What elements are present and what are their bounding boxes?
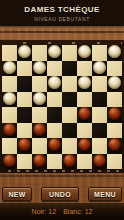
- board-square[interactable]: [17, 92, 32, 108]
- board-square[interactable]: [17, 138, 32, 154]
- board-square[interactable]: [17, 76, 32, 92]
- board-square[interactable]: [77, 107, 92, 123]
- checker-red[interactable]: [108, 138, 121, 151]
- header: DAMES TCHÈQUE NIVEAU DEBUTANT: [0, 0, 124, 26]
- checker-red[interactable]: [3, 154, 16, 167]
- black-count-value: 12: [48, 208, 56, 215]
- board-square[interactable]: [62, 61, 77, 77]
- board-square[interactable]: [32, 138, 47, 154]
- board-square[interactable]: [62, 76, 77, 92]
- checker-red[interactable]: [33, 154, 46, 167]
- board-square[interactable]: [107, 92, 122, 108]
- status-bar: Noir: 12 Blanc: 12: [0, 203, 124, 220]
- board-square[interactable]: [77, 123, 92, 139]
- board-square[interactable]: [92, 92, 107, 108]
- checker-red[interactable]: [93, 154, 106, 167]
- board-square[interactable]: [107, 138, 122, 154]
- board-square[interactable]: [47, 61, 62, 77]
- board-square[interactable]: [107, 45, 122, 61]
- checker-red[interactable]: [63, 154, 76, 167]
- board-square[interactable]: [62, 138, 77, 154]
- board-square[interactable]: [32, 92, 47, 108]
- board-square[interactable]: [62, 154, 77, 170]
- checker-red[interactable]: [33, 123, 46, 136]
- board-square[interactable]: [92, 123, 107, 139]
- board-square[interactable]: [92, 154, 107, 170]
- board-square[interactable]: [47, 154, 62, 170]
- checker-white[interactable]: [18, 45, 31, 58]
- black-count-label: Noir:: [32, 208, 47, 215]
- board-square[interactable]: [47, 123, 62, 139]
- board-square[interactable]: [2, 123, 17, 139]
- board-square[interactable]: [92, 61, 107, 77]
- board-square[interactable]: [2, 61, 17, 77]
- board-square[interactable]: [47, 92, 62, 108]
- board-square[interactable]: [62, 107, 77, 123]
- checkers-app: DAMES TCHÈQUE NIVEAU DEBUTANT NEW UNDO M…: [0, 0, 124, 220]
- board-square[interactable]: [47, 107, 62, 123]
- checker-white[interactable]: [3, 92, 16, 105]
- board-square[interactable]: [47, 45, 62, 61]
- board-square[interactable]: [17, 107, 32, 123]
- board-square[interactable]: [92, 107, 107, 123]
- checker-white[interactable]: [78, 45, 91, 58]
- board-notation-marks-bottom: [2, 170, 122, 172]
- checker-white[interactable]: [93, 61, 106, 74]
- board-square[interactable]: [77, 45, 92, 61]
- board-square[interactable]: [47, 138, 62, 154]
- board-square[interactable]: [77, 138, 92, 154]
- board-square[interactable]: [77, 76, 92, 92]
- board-frame: [0, 40, 124, 173]
- checker-white[interactable]: [33, 61, 46, 74]
- board-square[interactable]: [107, 154, 122, 170]
- undo-button[interactable]: UNDO: [41, 187, 79, 201]
- board-square[interactable]: [62, 92, 77, 108]
- board-square[interactable]: [107, 123, 122, 139]
- board-square[interactable]: [107, 107, 122, 123]
- black-count-pair: Noir: 12: [32, 208, 57, 215]
- board-square[interactable]: [92, 76, 107, 92]
- white-count-value: 12: [85, 208, 93, 215]
- board-square[interactable]: [2, 107, 17, 123]
- board-square[interactable]: [77, 61, 92, 77]
- app-title: DAMES TCHÈQUE: [24, 5, 99, 14]
- checker-white[interactable]: [3, 61, 16, 74]
- board-square[interactable]: [2, 154, 17, 170]
- checker-red[interactable]: [78, 107, 91, 120]
- menu-button[interactable]: MENU: [88, 187, 122, 201]
- board-square[interactable]: [2, 45, 17, 61]
- checker-white[interactable]: [78, 76, 91, 89]
- board-square[interactable]: [107, 76, 122, 92]
- checker-white[interactable]: [33, 92, 46, 105]
- board-square[interactable]: [62, 45, 77, 61]
- board-square[interactable]: [17, 61, 32, 77]
- board-square[interactable]: [32, 107, 47, 123]
- board-square[interactable]: [17, 154, 32, 170]
- checker-white[interactable]: [108, 45, 121, 58]
- difficulty-level-label: NIVEAU DEBUTANT: [34, 16, 90, 22]
- board-square[interactable]: [32, 154, 47, 170]
- board-notation-marks-top: [2, 42, 122, 44]
- board-square[interactable]: [2, 138, 17, 154]
- board-square[interactable]: [17, 45, 32, 61]
- board-square[interactable]: [32, 76, 47, 92]
- board-square[interactable]: [2, 92, 17, 108]
- board-square[interactable]: [32, 45, 47, 61]
- board-square[interactable]: [2, 76, 17, 92]
- board-square[interactable]: [47, 76, 62, 92]
- checker-red[interactable]: [78, 138, 91, 151]
- board-square[interactable]: [77, 154, 92, 170]
- board-square[interactable]: [92, 45, 107, 61]
- board-square[interactable]: [107, 61, 122, 77]
- checker-red[interactable]: [18, 138, 31, 151]
- board[interactable]: [2, 45, 122, 169]
- board-square[interactable]: [92, 138, 107, 154]
- new-game-button[interactable]: NEW: [2, 187, 32, 201]
- board-square[interactable]: [62, 123, 77, 139]
- board-square[interactable]: [32, 61, 47, 77]
- toolbar: NEW UNDO MENU: [0, 187, 124, 201]
- white-count-pair: Blanc: 12: [63, 208, 92, 215]
- white-count-label: Blanc:: [63, 208, 82, 215]
- checker-red[interactable]: [48, 138, 61, 151]
- board-square[interactable]: [17, 123, 32, 139]
- checker-white[interactable]: [48, 45, 61, 58]
- checker-red[interactable]: [108, 107, 121, 120]
- board-square[interactable]: [32, 123, 47, 139]
- checker-white[interactable]: [108, 76, 121, 89]
- checker-white[interactable]: [48, 76, 61, 89]
- board-square[interactable]: [77, 92, 92, 108]
- checker-red[interactable]: [3, 123, 16, 136]
